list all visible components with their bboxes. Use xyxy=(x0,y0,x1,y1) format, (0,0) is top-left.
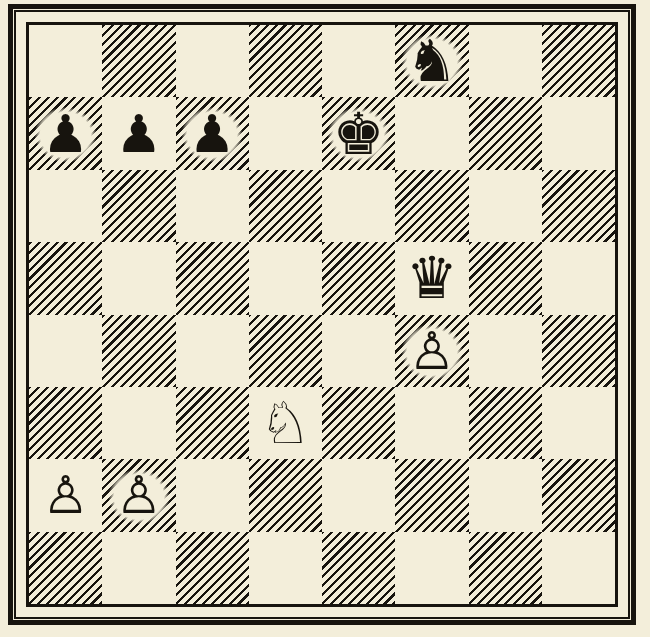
square-f7 xyxy=(395,97,468,169)
white-pawn-piece: ♙ xyxy=(33,464,97,528)
white-pawn-piece: ♙ xyxy=(400,319,464,383)
board-border: ♞♟♟♟♚♛♙♘♙♙ xyxy=(26,22,618,607)
square-a3 xyxy=(29,387,102,459)
square-c7: ♟ xyxy=(176,97,249,169)
black-king-piece: ♚ xyxy=(326,102,390,166)
square-f5: ♛ xyxy=(395,242,468,314)
square-a8 xyxy=(29,25,102,97)
board-frame-inner-line: ♞♟♟♟♚♛♙♘♙♙ xyxy=(14,10,630,619)
square-e7: ♚ xyxy=(322,97,395,169)
square-f1 xyxy=(395,532,468,604)
square-f6 xyxy=(395,170,468,242)
square-b6 xyxy=(102,170,175,242)
square-e1 xyxy=(322,532,395,604)
square-g7 xyxy=(469,97,542,169)
square-b1 xyxy=(102,532,175,604)
square-h8 xyxy=(542,25,615,97)
square-g1 xyxy=(469,532,542,604)
square-c5 xyxy=(176,242,249,314)
square-b8 xyxy=(102,25,175,97)
square-d2 xyxy=(249,459,322,531)
black-pawn-piece: ♟ xyxy=(33,102,97,166)
square-h6 xyxy=(542,170,615,242)
square-d6 xyxy=(249,170,322,242)
chess-diagram: ♞♟♟♟♚♛♙♘♙♙ xyxy=(0,0,650,637)
white-knight-piece: ♘ xyxy=(253,391,317,455)
square-c8 xyxy=(176,25,249,97)
square-c2 xyxy=(176,459,249,531)
black-queen-piece: ♛ xyxy=(400,246,464,310)
square-a7: ♟ xyxy=(29,97,102,169)
square-g2 xyxy=(469,459,542,531)
square-a6 xyxy=(29,170,102,242)
square-e6 xyxy=(322,170,395,242)
square-f2 xyxy=(395,459,468,531)
square-d8 xyxy=(249,25,322,97)
board-frame: ♞♟♟♟♚♛♙♘♙♙ xyxy=(8,4,636,625)
square-b3 xyxy=(102,387,175,459)
square-d3: ♘ xyxy=(249,387,322,459)
square-e2 xyxy=(322,459,395,531)
square-e5 xyxy=(322,242,395,314)
square-e4 xyxy=(322,315,395,387)
square-c3 xyxy=(176,387,249,459)
square-d1 xyxy=(249,532,322,604)
square-b2: ♙ xyxy=(102,459,175,531)
square-g6 xyxy=(469,170,542,242)
square-e8 xyxy=(322,25,395,97)
square-g8 xyxy=(469,25,542,97)
square-a5 xyxy=(29,242,102,314)
board-margin: ♞♟♟♟♚♛♙♘♙♙ xyxy=(16,12,628,617)
square-a2: ♙ xyxy=(29,459,102,531)
square-e3 xyxy=(322,387,395,459)
square-b4 xyxy=(102,315,175,387)
square-a1 xyxy=(29,532,102,604)
square-g3 xyxy=(469,387,542,459)
black-knight-piece: ♞ xyxy=(400,29,464,93)
square-a4 xyxy=(29,315,102,387)
chess-board: ♞♟♟♟♚♛♙♘♙♙ xyxy=(29,25,615,604)
black-pawn-piece: ♟ xyxy=(180,102,244,166)
square-h1 xyxy=(542,532,615,604)
white-pawn-piece: ♙ xyxy=(107,464,171,528)
square-g5 xyxy=(469,242,542,314)
square-c6 xyxy=(176,170,249,242)
square-d7 xyxy=(249,97,322,169)
square-h4 xyxy=(542,315,615,387)
square-f4: ♙ xyxy=(395,315,468,387)
square-c1 xyxy=(176,532,249,604)
black-pawn-piece: ♟ xyxy=(107,102,171,166)
square-h3 xyxy=(542,387,615,459)
square-d5 xyxy=(249,242,322,314)
square-g4 xyxy=(469,315,542,387)
square-d4 xyxy=(249,315,322,387)
square-h2 xyxy=(542,459,615,531)
square-b5 xyxy=(102,242,175,314)
square-h5 xyxy=(542,242,615,314)
square-f8: ♞ xyxy=(395,25,468,97)
square-h7 xyxy=(542,97,615,169)
square-f3 xyxy=(395,387,468,459)
square-b7: ♟ xyxy=(102,97,175,169)
square-c4 xyxy=(176,315,249,387)
